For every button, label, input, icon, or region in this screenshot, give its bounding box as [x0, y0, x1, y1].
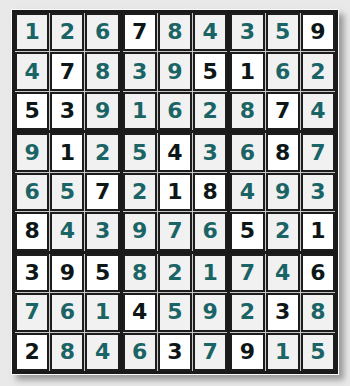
cell-r7c4[interactable]: 8 [123, 254, 157, 292]
cell-r1c5[interactable]: 8 [158, 13, 192, 51]
cell-r2c5[interactable]: 9 [158, 52, 192, 90]
sudoku-box-4: 912657843 [15, 133, 120, 250]
cell-r2c1[interactable]: 4 [15, 52, 49, 90]
cell-r6c3[interactable]: 3 [85, 212, 119, 250]
cell-r9c5[interactable]: 3 [158, 333, 192, 371]
cell-r4c1[interactable]: 9 [15, 133, 49, 171]
cell-r1c6[interactable]: 4 [193, 13, 227, 51]
cell-r8c2[interactable]: 6 [50, 293, 84, 331]
cell-r1c4[interactable]: 7 [123, 13, 157, 51]
cell-r7c6[interactable]: 1 [193, 254, 227, 292]
cell-r2c4[interactable]: 3 [123, 52, 157, 90]
cell-r8c7[interactable]: 2 [230, 293, 264, 331]
cell-r5c1[interactable]: 6 [15, 173, 49, 211]
cell-r2c2[interactable]: 7 [50, 52, 84, 90]
cell-r2c3[interactable]: 8 [85, 52, 119, 90]
sudoku-box-2: 784395162 [123, 13, 228, 130]
cell-r5c4[interactable]: 2 [123, 173, 157, 211]
cell-r3c7[interactable]: 8 [230, 92, 264, 130]
cell-r9c2[interactable]: 8 [50, 333, 84, 371]
cell-r3c5[interactable]: 6 [158, 92, 192, 130]
cell-r9c9[interactable]: 5 [301, 333, 335, 371]
cell-r9c4[interactable]: 6 [123, 333, 157, 371]
cell-r1c1[interactable]: 1 [15, 13, 49, 51]
cell-r8c9[interactable]: 8 [301, 293, 335, 331]
cell-r1c2[interactable]: 2 [50, 13, 84, 51]
cell-r3c9[interactable]: 4 [301, 92, 335, 130]
cell-r6c9[interactable]: 1 [301, 212, 335, 250]
sudoku-box-5: 543218976 [123, 133, 228, 250]
cell-r3c8[interactable]: 7 [266, 92, 300, 130]
cell-r7c7[interactable]: 7 [230, 254, 264, 292]
cell-r9c8[interactable]: 1 [266, 333, 300, 371]
cell-r1c8[interactable]: 5 [266, 13, 300, 51]
cell-r4c5[interactable]: 4 [158, 133, 192, 171]
cell-r5c5[interactable]: 1 [158, 173, 192, 211]
cell-r7c8[interactable]: 4 [266, 254, 300, 292]
cell-r5c9[interactable]: 3 [301, 173, 335, 211]
cell-r3c3[interactable]: 9 [85, 92, 119, 130]
sudoku-box-8: 821459637 [123, 254, 228, 371]
cell-r4c4[interactable]: 5 [123, 133, 157, 171]
cell-r2c7[interactable]: 1 [230, 52, 264, 90]
cell-r3c2[interactable]: 3 [50, 92, 84, 130]
cell-r7c5[interactable]: 2 [158, 254, 192, 292]
cell-r8c4[interactable]: 4 [123, 293, 157, 331]
cell-r4c8[interactable]: 8 [266, 133, 300, 171]
cell-r4c9[interactable]: 7 [301, 133, 335, 171]
cell-r9c1[interactable]: 2 [15, 333, 49, 371]
cell-r8c8[interactable]: 3 [266, 293, 300, 331]
cell-r7c1[interactable]: 3 [15, 254, 49, 292]
cell-r6c4[interactable]: 9 [123, 212, 157, 250]
cell-r1c7[interactable]: 3 [230, 13, 264, 51]
cell-r1c3[interactable]: 6 [85, 13, 119, 51]
cell-r2c8[interactable]: 6 [266, 52, 300, 90]
cell-r6c1[interactable]: 8 [15, 212, 49, 250]
sudoku-board: 1264785397843951623591628749126578435432… [12, 10, 338, 374]
sudoku-box-6: 687493521 [230, 133, 335, 250]
cell-r4c7[interactable]: 6 [230, 133, 264, 171]
cell-r7c9[interactable]: 6 [301, 254, 335, 292]
cell-r5c8[interactable]: 9 [266, 173, 300, 211]
cell-r3c4[interactable]: 1 [123, 92, 157, 130]
cell-r5c7[interactable]: 4 [230, 173, 264, 211]
cell-r2c9[interactable]: 2 [301, 52, 335, 90]
cell-r4c2[interactable]: 1 [50, 133, 84, 171]
sudoku-board-frame: 1264785397843951623591628749126578435432… [11, 9, 339, 375]
cell-r7c3[interactable]: 5 [85, 254, 119, 292]
cell-r6c6[interactable]: 6 [193, 212, 227, 250]
cell-r6c8[interactable]: 2 [266, 212, 300, 250]
sudoku-box-3: 359162874 [230, 13, 335, 130]
cell-r5c6[interactable]: 8 [193, 173, 227, 211]
cell-r8c6[interactable]: 9 [193, 293, 227, 331]
cell-r6c7[interactable]: 5 [230, 212, 264, 250]
cell-r4c3[interactable]: 2 [85, 133, 119, 171]
cell-r6c2[interactable]: 4 [50, 212, 84, 250]
cell-r6c5[interactable]: 7 [158, 212, 192, 250]
sudoku-box-7: 395761284 [15, 254, 120, 371]
cell-r1c9[interactable]: 9 [301, 13, 335, 51]
cell-r9c6[interactable]: 7 [193, 333, 227, 371]
cell-r2c6[interactable]: 5 [193, 52, 227, 90]
cell-r8c5[interactable]: 5 [158, 293, 192, 331]
cell-r8c3[interactable]: 1 [85, 293, 119, 331]
cell-r5c3[interactable]: 7 [85, 173, 119, 211]
cell-r8c1[interactable]: 7 [15, 293, 49, 331]
sudoku-box-9: 746238915 [230, 254, 335, 371]
cell-r9c3[interactable]: 4 [85, 333, 119, 371]
cell-r7c2[interactable]: 9 [50, 254, 84, 292]
cell-r3c1[interactable]: 5 [15, 92, 49, 130]
cell-r4c6[interactable]: 3 [193, 133, 227, 171]
cell-r9c7[interactable]: 9 [230, 333, 264, 371]
cell-r3c6[interactable]: 2 [193, 92, 227, 130]
sudoku-box-1: 126478539 [15, 13, 120, 130]
cell-r5c2[interactable]: 5 [50, 173, 84, 211]
